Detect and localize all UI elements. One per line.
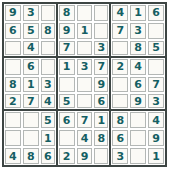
cell-r7c8[interactable]	[129, 111, 147, 129]
given-digit: 1	[148, 148, 164, 164]
sudoku-board: 9384166589173473856137248139672745693567…	[2, 2, 167, 167]
cell-r1c5[interactable]	[76, 4, 94, 22]
cell-r2c8: 3	[129, 22, 147, 40]
cell-r7c3: 5	[40, 111, 58, 129]
empty-cell	[41, 59, 55, 75]
given-digit: 7	[94, 59, 108, 75]
cell-r4c2: 6	[22, 58, 40, 76]
cell-r3c1[interactable]	[4, 40, 22, 58]
given-digit: 4	[148, 112, 164, 128]
cell-r5c5[interactable]	[76, 76, 94, 94]
given-digit: 5	[59, 94, 75, 108]
cell-r1c4: 8	[58, 4, 76, 22]
empty-cell	[148, 23, 164, 39]
cell-r2c3: 8	[40, 22, 58, 40]
cell-r1c6[interactable]	[93, 4, 111, 22]
cell-r8c8[interactable]	[129, 129, 147, 147]
cell-r5c3: 3	[40, 76, 58, 94]
cell-r8c5: 4	[76, 129, 94, 147]
given-digit: 9	[59, 23, 75, 39]
given-digit: 5	[41, 112, 55, 128]
cell-r3c7[interactable]	[111, 40, 129, 58]
cell-r3c2: 4	[22, 40, 40, 58]
cell-r6c2: 7	[22, 93, 40, 111]
empty-cell	[41, 41, 55, 55]
cell-r8c2[interactable]	[22, 129, 40, 147]
given-digit: 6	[148, 5, 164, 21]
cell-r5c6: 9	[93, 76, 111, 94]
empty-cell	[5, 112, 21, 128]
empty-cell	[41, 5, 55, 21]
cell-r9c3: 6	[40, 147, 58, 165]
given-digit: 5	[148, 41, 164, 55]
given-digit: 3	[23, 5, 39, 21]
empty-cell	[112, 41, 128, 55]
cell-r5c7[interactable]	[111, 76, 129, 94]
cell-r4c3[interactable]	[40, 58, 58, 76]
empty-cell	[148, 59, 164, 75]
empty-cell	[23, 112, 39, 128]
cell-r8c9: 9	[147, 129, 165, 147]
cell-r4c9[interactable]	[147, 58, 165, 76]
given-digit: 6	[41, 148, 55, 164]
given-digit: 4	[41, 94, 55, 108]
given-digit: 8	[41, 23, 55, 39]
given-digit: 7	[148, 77, 164, 93]
cell-r4c5: 3	[76, 58, 94, 76]
given-digit: 9	[148, 130, 164, 146]
given-digit: 2	[112, 59, 128, 75]
cell-r7c4: 6	[58, 111, 76, 129]
cell-r1c3[interactable]	[40, 4, 58, 22]
cell-r7c2[interactable]	[22, 111, 40, 129]
cell-r9c4: 2	[58, 147, 76, 165]
given-digit: 8	[59, 5, 75, 21]
given-digit: 3	[130, 23, 146, 39]
given-digit: 7	[23, 94, 39, 108]
cell-r5c1: 8	[4, 76, 22, 94]
given-digit: 5	[23, 23, 39, 39]
cell-r7c7: 8	[111, 111, 129, 129]
cell-r3c8: 8	[129, 40, 147, 58]
given-digit: 1	[41, 130, 55, 146]
cell-r1c1: 9	[4, 4, 22, 22]
given-digit: 6	[59, 112, 75, 128]
given-digit: 8	[94, 130, 108, 146]
cell-r8c3: 1	[40, 129, 58, 147]
cell-r4c1[interactable]	[4, 58, 22, 76]
empty-cell	[5, 41, 21, 55]
empty-cell	[77, 41, 93, 55]
given-digit: 7	[59, 41, 75, 55]
cell-r6c4: 5	[58, 93, 76, 111]
cell-r7c9: 4	[147, 111, 165, 129]
cell-r6c3: 4	[40, 93, 58, 111]
cell-r4c8: 4	[129, 58, 147, 76]
cell-r8c1[interactable]	[4, 129, 22, 147]
cell-r6c8: 9	[129, 93, 147, 111]
cell-r4c6: 7	[93, 58, 111, 76]
given-digit: 7	[112, 23, 128, 39]
cell-r2c2: 5	[22, 22, 40, 40]
cell-r9c8[interactable]	[129, 147, 147, 165]
given-digit: 4	[5, 148, 21, 164]
cell-r5c2: 1	[22, 76, 40, 94]
cell-r2c5: 1	[76, 22, 94, 40]
cell-r8c7: 6	[111, 129, 129, 147]
empty-cell	[130, 112, 146, 128]
given-digit: 4	[77, 130, 93, 146]
given-digit: 9	[5, 5, 21, 21]
empty-cell	[94, 148, 108, 164]
cell-r1c9: 6	[147, 4, 165, 22]
cell-r9c6[interactable]	[93, 147, 111, 165]
cell-r3c5[interactable]	[76, 40, 94, 58]
empty-cell	[130, 130, 146, 146]
cell-r7c1[interactable]	[4, 111, 22, 129]
cell-r6c5[interactable]	[76, 93, 94, 111]
given-digit: 9	[77, 148, 93, 164]
cell-r8c4[interactable]	[58, 129, 76, 147]
cell-r3c6: 3	[93, 40, 111, 58]
given-digit: 1	[59, 59, 75, 75]
cell-r5c9: 7	[147, 76, 165, 94]
empty-cell	[77, 5, 93, 21]
cell-r3c9: 5	[147, 40, 165, 58]
cell-r4c4: 1	[58, 58, 76, 76]
cell-r9c2: 8	[22, 147, 40, 165]
given-digit: 2	[5, 94, 21, 108]
given-digit: 3	[94, 41, 108, 55]
given-digit: 8	[5, 77, 21, 93]
cell-r6c9: 3	[147, 93, 165, 111]
empty-cell	[59, 77, 75, 93]
cell-r2c6[interactable]	[93, 22, 111, 40]
given-digit: 8	[112, 112, 128, 128]
given-digit: 8	[23, 148, 39, 164]
given-digit: 1	[23, 77, 39, 93]
given-digit: 6	[112, 130, 128, 146]
empty-cell	[130, 148, 146, 164]
given-digit: 4	[23, 41, 39, 55]
cell-r2c9[interactable]	[147, 22, 165, 40]
cell-r2c1: 6	[4, 22, 22, 40]
cell-r9c7: 3	[111, 147, 129, 165]
cell-r8c6: 8	[93, 129, 111, 147]
given-digit: 6	[130, 77, 146, 93]
cell-r5c4[interactable]	[58, 76, 76, 94]
given-digit: 7	[77, 112, 93, 128]
given-digit: 1	[77, 23, 93, 39]
cell-r3c4: 7	[58, 40, 76, 58]
empty-cell	[112, 94, 128, 108]
empty-cell	[94, 23, 108, 39]
empty-cell	[59, 130, 75, 146]
cell-r9c1: 4	[4, 147, 22, 165]
cell-r1c7: 4	[111, 4, 129, 22]
cell-r6c1: 2	[4, 93, 22, 111]
given-digit: 9	[130, 94, 146, 108]
cell-r6c7[interactable]	[111, 93, 129, 111]
empty-cell	[94, 5, 108, 21]
cell-r7c5: 7	[76, 111, 94, 129]
empty-cell	[77, 77, 93, 93]
given-digit: 3	[77, 59, 93, 75]
given-digit: 9	[94, 77, 108, 93]
given-digit: 1	[130, 5, 146, 21]
cell-r1c8: 1	[129, 4, 147, 22]
cell-r3c3[interactable]	[40, 40, 58, 58]
given-digit: 8	[130, 41, 146, 55]
given-digit: 4	[130, 59, 146, 75]
cell-r1c2: 3	[22, 4, 40, 22]
empty-cell	[77, 94, 93, 108]
given-digit: 3	[112, 148, 128, 164]
cell-r2c7: 7	[111, 22, 129, 40]
given-digit: 2	[59, 148, 75, 164]
cell-r2c4: 9	[58, 22, 76, 40]
given-digit: 1	[94, 112, 108, 128]
empty-cell	[5, 130, 21, 146]
empty-cell	[112, 77, 128, 93]
empty-cell	[23, 130, 39, 146]
given-digit: 6	[23, 59, 39, 75]
given-digit: 4	[112, 5, 128, 21]
cell-r4c7: 2	[111, 58, 129, 76]
cell-r7c6: 1	[93, 111, 111, 129]
cell-r6c6: 6	[93, 93, 111, 111]
cell-r9c5: 9	[76, 147, 94, 165]
given-digit: 3	[41, 77, 55, 93]
empty-cell	[5, 59, 21, 75]
given-digit: 6	[94, 94, 108, 108]
given-digit: 3	[148, 94, 164, 108]
cell-r5c8: 6	[129, 76, 147, 94]
given-digit: 6	[5, 23, 21, 39]
cell-r9c9: 1	[147, 147, 165, 165]
